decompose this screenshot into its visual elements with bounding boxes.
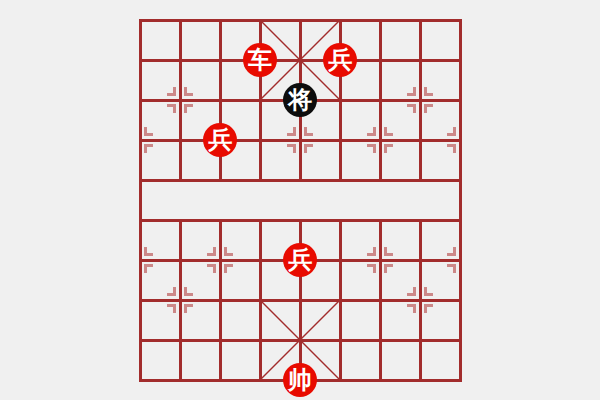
position-marker: [167, 287, 176, 296]
position-marker: [167, 104, 176, 113]
position-marker: [367, 127, 376, 136]
position-marker: [384, 247, 393, 256]
position-marker: [224, 264, 233, 273]
position-marker: [207, 247, 216, 256]
piece-black-general[interactable]: 将: [283, 83, 317, 117]
position-marker: [384, 144, 393, 153]
position-marker: [207, 264, 216, 273]
position-marker: [447, 144, 456, 153]
piece-red-general[interactable]: 帅: [283, 363, 317, 397]
piece-red-soldier-1[interactable]: 兵: [323, 43, 357, 77]
position-marker: [184, 304, 193, 313]
piece-red-soldier-3[interactable]: 兵: [283, 243, 317, 277]
position-marker: [184, 87, 193, 96]
position-marker: [424, 287, 433, 296]
position-marker: [447, 264, 456, 273]
position-marker: [144, 247, 153, 256]
position-marker: [287, 127, 296, 136]
position-marker: [304, 127, 313, 136]
position-marker: [144, 144, 153, 153]
position-marker: [287, 144, 296, 153]
position-marker: [424, 104, 433, 113]
position-marker: [184, 287, 193, 296]
position-marker: [144, 264, 153, 273]
position-marker: [447, 127, 456, 136]
position-marker: [384, 127, 393, 136]
piece-red-chariot[interactable]: 车: [243, 43, 277, 77]
position-marker: [367, 264, 376, 273]
position-marker: [167, 87, 176, 96]
position-marker: [407, 87, 416, 96]
position-marker: [184, 104, 193, 113]
position-marker: [304, 144, 313, 153]
position-marker: [367, 144, 376, 153]
palace-diagonals: [0, 0, 600, 400]
position-marker: [447, 247, 456, 256]
position-marker: [407, 287, 416, 296]
piece-red-soldier-2[interactable]: 兵: [203, 123, 237, 157]
position-marker: [384, 264, 393, 273]
position-marker: [167, 304, 176, 313]
position-marker: [424, 87, 433, 96]
xiangqi-board: 车兵将兵兵帅: [0, 0, 600, 400]
position-marker: [224, 247, 233, 256]
position-marker: [144, 127, 153, 136]
position-marker: [407, 304, 416, 313]
position-marker: [367, 247, 376, 256]
position-marker: [424, 304, 433, 313]
position-marker: [407, 104, 416, 113]
